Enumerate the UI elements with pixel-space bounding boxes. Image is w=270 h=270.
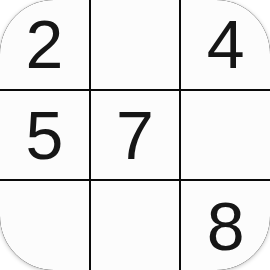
sudoku-cell-r1c2 — [91, 0, 180, 89]
given-digit: 5 — [25, 101, 63, 169]
sudoku-app-icon[interactable]: 2 4 5 7 8 — [0, 0, 270, 270]
sudoku-cell-r2c2: 7 — [91, 91, 180, 180]
screenshot-canvas: 2 4 5 7 8 — [0, 0, 270, 270]
given-digit: 4 — [207, 10, 245, 78]
sudoku-cell-r1c3: 4 — [181, 0, 270, 89]
sudoku-cell-r2c1: 5 — [0, 91, 89, 180]
given-digit: 8 — [207, 192, 245, 260]
sudoku-cell-r3c1 — [0, 181, 89, 270]
given-digit: 7 — [116, 101, 154, 169]
sudoku-cell-r1c1: 2 — [0, 0, 89, 89]
sudoku-cell-r3c2 — [91, 181, 180, 270]
given-digit: 2 — [25, 10, 63, 78]
sudoku-cell-r2c3 — [181, 91, 270, 180]
sudoku-cell-r3c3: 8 — [181, 181, 270, 270]
